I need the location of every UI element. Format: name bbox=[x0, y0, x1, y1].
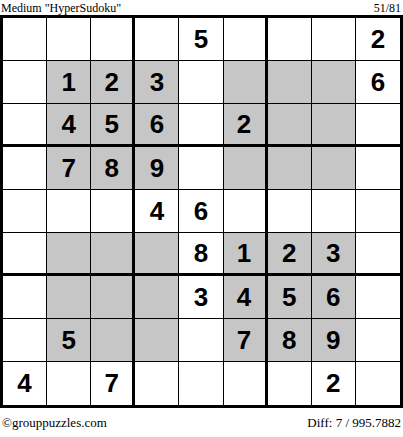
cell-r1c7-empty bbox=[268, 18, 312, 61]
puzzle-title: Medium "HyperSudoku" bbox=[0, 1, 121, 15]
cell-r1c4-empty bbox=[135, 18, 179, 61]
cell-r4c4-given: 9 bbox=[135, 147, 179, 190]
copyright-text: ©grouppuzzles.com bbox=[0, 415, 107, 431]
cell-r8c8-given: 9 bbox=[312, 319, 356, 362]
cell-r8c2-given: 5 bbox=[47, 319, 91, 362]
cell-r2c1-empty bbox=[3, 61, 47, 104]
cell-r6c9-empty bbox=[356, 233, 400, 276]
header: Medium "HyperSudoku" 51/81 bbox=[0, 0, 403, 15]
cell-r3c5-empty bbox=[179, 104, 223, 147]
cell-r6c1-empty bbox=[3, 233, 47, 276]
cell-r3c6-given: 2 bbox=[224, 104, 268, 147]
cell-r6c7-given: 2 bbox=[268, 233, 312, 276]
cell-r1c6-empty bbox=[224, 18, 268, 61]
cell-r5c9-empty bbox=[356, 190, 400, 233]
cell-r4c2-given: 7 bbox=[47, 147, 91, 190]
cell-r9c3-given: 7 bbox=[91, 362, 135, 405]
cell-r2c6-empty bbox=[224, 61, 268, 104]
cell-r9c1-given: 4 bbox=[3, 362, 47, 405]
cell-r7c3-empty bbox=[91, 276, 135, 319]
cell-r1c1-empty bbox=[3, 18, 47, 61]
cell-r3c7-empty bbox=[268, 104, 312, 147]
cell-r4c1-empty bbox=[3, 147, 47, 190]
cell-r9c6-empty bbox=[224, 362, 268, 405]
cells-remaining-counter: 51/81 bbox=[374, 1, 403, 15]
cell-r7c1-empty bbox=[3, 276, 47, 319]
cell-r9c8-given: 2 bbox=[312, 362, 356, 405]
cell-r9c5-empty bbox=[179, 362, 223, 405]
cell-r9c7-empty bbox=[268, 362, 312, 405]
cell-r4c6-empty bbox=[224, 147, 268, 190]
cell-r1c8-empty bbox=[312, 18, 356, 61]
sudoku-board: 521236456278946812334565789472 bbox=[0, 15, 403, 408]
cell-r1c9-given: 2 bbox=[356, 18, 400, 61]
cell-r5c1-empty bbox=[3, 190, 47, 233]
cell-r3c8-empty bbox=[312, 104, 356, 147]
cell-r4c7-empty bbox=[268, 147, 312, 190]
cell-r4c8-empty bbox=[312, 147, 356, 190]
cell-r4c9-empty bbox=[356, 147, 400, 190]
cell-r6c6-given: 1 bbox=[224, 233, 268, 276]
cell-r8c7-given: 8 bbox=[268, 319, 312, 362]
cell-r6c3-empty bbox=[91, 233, 135, 276]
cell-r8c9-empty bbox=[356, 319, 400, 362]
cell-r3c1-empty bbox=[3, 104, 47, 147]
cell-r5c5-given: 6 bbox=[179, 190, 223, 233]
cell-r5c8-empty bbox=[312, 190, 356, 233]
cell-r2c4-given: 3 bbox=[135, 61, 179, 104]
cell-r7c9-empty bbox=[356, 276, 400, 319]
cell-r8c4-empty bbox=[135, 319, 179, 362]
cell-r9c2-empty bbox=[47, 362, 91, 405]
cell-r3c3-given: 5 bbox=[91, 104, 135, 147]
cell-r7c7-given: 5 bbox=[268, 276, 312, 319]
cell-r2c9-given: 6 bbox=[356, 61, 400, 104]
cell-r4c5-empty bbox=[179, 147, 223, 190]
cell-r4c3-given: 8 bbox=[91, 147, 135, 190]
cell-r2c2-given: 1 bbox=[47, 61, 91, 104]
puzzle-page: { "header": { "title": "Medium \"HyperSu… bbox=[0, 0, 403, 437]
cell-r5c2-empty bbox=[47, 190, 91, 233]
cell-r1c5-given: 5 bbox=[179, 18, 223, 61]
cell-r9c4-empty bbox=[135, 362, 179, 405]
difficulty-text: Diff: 7 / 995.7882 bbox=[307, 415, 403, 431]
cell-r9c9-empty bbox=[356, 362, 400, 405]
cell-r5c6-empty bbox=[224, 190, 268, 233]
cell-r7c6-given: 4 bbox=[224, 276, 268, 319]
cell-r3c9-empty bbox=[356, 104, 400, 147]
cell-r8c5-empty bbox=[179, 319, 223, 362]
cell-r2c8-empty bbox=[312, 61, 356, 104]
cell-r8c1-empty bbox=[3, 319, 47, 362]
cell-r7c5-given: 3 bbox=[179, 276, 223, 319]
cell-r6c8-given: 3 bbox=[312, 233, 356, 276]
cell-r6c2-empty bbox=[47, 233, 91, 276]
cell-r3c2-given: 4 bbox=[47, 104, 91, 147]
cell-r3c4-given: 6 bbox=[135, 104, 179, 147]
cell-r7c8-given: 6 bbox=[312, 276, 356, 319]
cell-r6c5-given: 8 bbox=[179, 233, 223, 276]
cell-r6c4-empty bbox=[135, 233, 179, 276]
cell-r5c7-empty bbox=[268, 190, 312, 233]
cell-r7c4-empty bbox=[135, 276, 179, 319]
footer: ©grouppuzzles.com Diff: 7 / 995.7882 bbox=[0, 408, 403, 437]
cell-r2c3-given: 2 bbox=[91, 61, 135, 104]
cell-r1c2-empty bbox=[47, 18, 91, 61]
cell-r2c5-empty bbox=[179, 61, 223, 104]
cell-r8c3-empty bbox=[91, 319, 135, 362]
cell-r2c7-empty bbox=[268, 61, 312, 104]
cell-r7c2-empty bbox=[47, 276, 91, 319]
cell-r1c3-empty bbox=[91, 18, 135, 61]
cell-r5c3-empty bbox=[91, 190, 135, 233]
cell-r5c4-given: 4 bbox=[135, 190, 179, 233]
cell-r8c6-given: 7 bbox=[224, 319, 268, 362]
